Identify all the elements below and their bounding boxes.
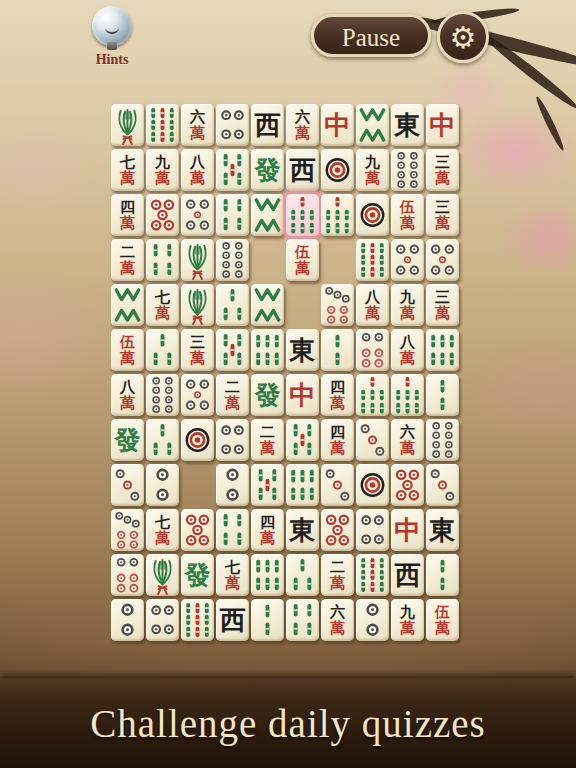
tile-p8[interactable]: [216, 239, 249, 281]
tile-p5[interactable]: [181, 194, 214, 236]
tile-m3[interactable]: 三萬: [181, 329, 214, 371]
tile-s2[interactable]: [321, 329, 354, 371]
tile-f1[interactable]: [146, 554, 179, 596]
tile-m8[interactable]: 八萬: [391, 329, 424, 371]
lightbulb-icon[interactable]: [92, 6, 132, 46]
tile-s2[interactable]: [426, 374, 459, 416]
tile-m3[interactable]: 三萬: [426, 284, 459, 326]
tile-s4[interactable]: [216, 194, 249, 236]
tile-p4[interactable]: [146, 599, 179, 641]
tile-s6[interactable]: [426, 329, 459, 371]
empty-cell: [251, 239, 286, 284]
tile-m5[interactable]: 伍萬: [111, 329, 144, 371]
tile-Ww[interactable]: 西: [391, 554, 424, 596]
empty-cell: [286, 284, 321, 329]
tile-Cd[interactable]: 中: [286, 374, 319, 416]
tile-f2[interactable]: [181, 509, 214, 551]
branch-art: [534, 95, 567, 152]
tile-m2[interactable]: 二萬: [216, 374, 249, 416]
tile-p5[interactable]: [181, 374, 214, 416]
tile-Cd[interactable]: 中: [426, 104, 459, 146]
tile-Cd[interactable]: 中: [321, 104, 354, 146]
tile-s6[interactable]: [286, 464, 319, 506]
tile-m8[interactable]: 八萬: [111, 374, 144, 416]
tile-s7[interactable]: [356, 374, 389, 416]
tile-m6[interactable]: 六萬: [181, 104, 214, 146]
tile-m2[interactable]: 二萬: [111, 239, 144, 281]
tile-f2[interactable]: [146, 194, 179, 236]
tile-s9[interactable]: [181, 599, 214, 641]
tile-Fd[interactable]: 發: [251, 374, 284, 416]
tile-s7[interactable]: [286, 194, 319, 236]
tile-f2[interactable]: [321, 509, 354, 551]
tile-s5[interactable]: [216, 329, 249, 371]
tile-f1[interactable]: [111, 104, 144, 146]
hints-button[interactable]: Hints: [84, 6, 140, 68]
tile-m9[interactable]: 九萬: [391, 284, 424, 326]
tile-p4[interactable]: [216, 104, 249, 146]
pause-button[interactable]: Pause: [311, 14, 431, 57]
tile-m6[interactable]: 六萬: [286, 104, 319, 146]
tile-s9[interactable]: [146, 104, 179, 146]
tile-m7[interactable]: 七萬: [146, 284, 179, 326]
tile-p7[interactable]: [321, 284, 354, 326]
banner-text: Challenge daily quizzes: [90, 701, 486, 746]
tile-Fd[interactable]: 發: [181, 554, 214, 596]
tile-p2[interactable]: [216, 464, 249, 506]
tile-p2[interactable]: [146, 464, 179, 506]
empty-cell: [181, 464, 216, 509]
tile-s3[interactable]: [146, 329, 179, 371]
tile-p1[interactable]: [181, 419, 214, 461]
tile-m7[interactable]: 七萬: [111, 149, 144, 191]
tile-p2[interactable]: [111, 599, 144, 641]
tile-s4[interactable]: [216, 509, 249, 551]
tile-m4[interactable]: 四萬: [111, 194, 144, 236]
tile-p3[interactable]: [426, 464, 459, 506]
tile-Fd[interactable]: 發: [251, 149, 284, 191]
tile-m2[interactable]: 二萬: [321, 554, 354, 596]
tile-m7[interactable]: 七萬: [216, 554, 249, 596]
tile-m6[interactable]: 六萬: [321, 599, 354, 641]
tile-s9[interactable]: [356, 554, 389, 596]
tile-p3[interactable]: [321, 464, 354, 506]
empty-cell: [321, 239, 356, 284]
tile-Ww[interactable]: 西: [286, 149, 319, 191]
tile-p1[interactable]: [356, 194, 389, 236]
tile-p3[interactable]: [356, 419, 389, 461]
tile-s3[interactable]: [146, 419, 179, 461]
tile-p2[interactable]: [356, 599, 389, 641]
tile-p6[interactable]: [356, 329, 389, 371]
tile-f2[interactable]: [391, 464, 424, 506]
tile-s2[interactable]: [426, 554, 459, 596]
hints-label: Hints: [84, 52, 140, 68]
tile-p8[interactable]: [146, 374, 179, 416]
tile-m6[interactable]: 六萬: [391, 419, 424, 461]
tile-m4[interactable]: 四萬: [321, 374, 354, 416]
tile-s5[interactable]: [251, 464, 284, 506]
tile-s4[interactable]: [146, 239, 179, 281]
tile-s8[interactable]: [251, 194, 284, 236]
tile-s5[interactable]: [216, 149, 249, 191]
tile-m9[interactable]: 九萬: [146, 149, 179, 191]
tile-Ew[interactable]: 東: [286, 329, 319, 371]
tile-Ew[interactable]: 東: [426, 509, 459, 551]
tile-s8[interactable]: [111, 284, 144, 326]
tile-m5[interactable]: 伍萬: [426, 599, 459, 641]
tile-p8[interactable]: [391, 149, 424, 191]
tile-p4[interactable]: [216, 419, 249, 461]
tile-s3[interactable]: [286, 554, 319, 596]
settings-gear-icon[interactable]: ⚙: [437, 11, 489, 63]
tile-p7[interactable]: [111, 509, 144, 551]
tile-s3[interactable]: [216, 284, 249, 326]
tile-s7[interactable]: [391, 374, 424, 416]
tile-s6[interactable]: [251, 329, 284, 371]
tile-p4[interactable]: [356, 509, 389, 551]
tile-s5[interactable]: [286, 419, 319, 461]
tile-Ww[interactable]: 西: [251, 104, 284, 146]
tile-m3[interactable]: 三萬: [426, 194, 459, 236]
tile-Ew[interactable]: 東: [391, 104, 424, 146]
tile-m5[interactable]: 伍萬: [286, 239, 319, 281]
tile-s8[interactable]: [356, 104, 389, 146]
tile-f1[interactable]: [181, 284, 214, 326]
tile-p1[interactable]: [356, 464, 389, 506]
tile-m9[interactable]: 九萬: [356, 149, 389, 191]
tile-p8[interactable]: [426, 419, 459, 461]
tile-Cd[interactable]: 中: [391, 509, 424, 551]
tile-s4[interactable]: [286, 599, 319, 641]
tile-f1[interactable]: [181, 239, 214, 281]
tile-m3[interactable]: 三萬: [426, 149, 459, 191]
tile-p5[interactable]: [426, 239, 459, 281]
tile-s7[interactable]: [321, 194, 354, 236]
tile-p1[interactable]: [321, 149, 354, 191]
tile-s2[interactable]: [251, 599, 284, 641]
tile-p5[interactable]: [391, 239, 424, 281]
tile-s8[interactable]: [251, 284, 284, 326]
tile-m7[interactable]: 七萬: [146, 509, 179, 551]
mahjong-board: 六萬西六萬中東中七萬九萬八萬發西九萬三萬四萬伍萬三萬二萬伍萬七萬八萬九萬三萬伍萬…: [111, 104, 461, 644]
tile-m4[interactable]: 四萬: [321, 419, 354, 461]
bottom-banner[interactable]: Challenge daily quizzes: [0, 678, 576, 768]
tile-s6[interactable]: [251, 554, 284, 596]
tile-p6[interactable]: [111, 554, 144, 596]
tile-m8[interactable]: 八萬: [181, 149, 214, 191]
tile-Ww[interactable]: 西: [216, 599, 249, 641]
tile-Ew[interactable]: 東: [286, 509, 319, 551]
tile-s9[interactable]: [356, 239, 389, 281]
tile-m5[interactable]: 伍萬: [391, 194, 424, 236]
tile-m4[interactable]: 四萬: [251, 509, 284, 551]
tile-p3[interactable]: [111, 464, 144, 506]
tile-m2[interactable]: 二萬: [251, 419, 284, 461]
tile-m9[interactable]: 九萬: [391, 599, 424, 641]
tile-m8[interactable]: 八萬: [356, 284, 389, 326]
tile-Fd[interactable]: 發: [111, 419, 144, 461]
